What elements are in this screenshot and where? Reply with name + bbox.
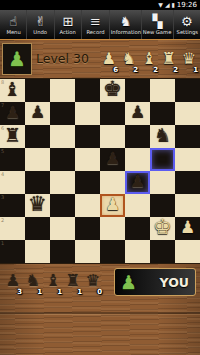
captured-count: 6 [113, 66, 118, 74]
square-e4[interactable] [100, 171, 125, 194]
square-e8[interactable]: ♚ [100, 79, 125, 102]
black-pawn[interactable]: ♟ [5, 104, 20, 121]
square-e7[interactable] [100, 102, 125, 125]
square-b7[interactable]: ♟ [25, 102, 50, 125]
player-turn-bar[interactable]: ♟ YOU [114, 268, 196, 296]
square-c2[interactable] [50, 217, 75, 240]
captured-count: 1 [57, 288, 62, 296]
square-f3[interactable] [125, 194, 150, 217]
square-g1[interactable] [150, 240, 175, 263]
square-d7[interactable] [75, 102, 100, 125]
black-bishop[interactable]: ♝ [4, 80, 21, 99]
square-g3[interactable] [150, 194, 175, 217]
square-c1[interactable] [50, 240, 75, 263]
square-g5[interactable] [150, 148, 175, 171]
square-g2[interactable]: ♚ [150, 217, 175, 240]
clock-time: 19:26 [177, 0, 197, 10]
signal-icon: ◢ [165, 0, 170, 10]
toolbar-item-undo[interactable]: ✌Undo [27, 10, 54, 39]
black-queen[interactable]: ♛ [28, 194, 47, 215]
chess-app-screen: ▼ ◢ ▮ 19:26 ☝Menu✌Undo⊞Action≡Record♞Inf… [0, 0, 200, 355]
square-c4[interactable] [50, 171, 75, 194]
square-c7[interactable] [50, 102, 75, 125]
toolbar-item-action[interactable]: ⊞Action [55, 10, 82, 39]
captured-rook: ♜1 [63, 266, 83, 296]
square-b3[interactable]: ♛ [25, 194, 50, 217]
black-king[interactable]: ♚ [103, 79, 122, 100]
opponent-avatar: ♟ [2, 43, 32, 75]
hand-pointer-icon: ☝ [9, 14, 17, 29]
square-b4[interactable] [25, 171, 50, 194]
square-b6[interactable] [25, 125, 50, 148]
square-d5[interactable] [75, 148, 100, 171]
knight-icon: ♞ [120, 14, 132, 29]
square-f4[interactable]: ♟ [125, 171, 150, 194]
square-h2[interactable]: ♟ [175, 217, 200, 240]
square-h1[interactable] [175, 240, 200, 263]
wood-seam [0, 312, 200, 314]
green-pawn-icon: ♟ [8, 49, 26, 69]
rank-label: 5 [1, 149, 4, 154]
square-b5[interactable] [25, 148, 50, 171]
rank-label: 1 [1, 241, 4, 246]
lines-icon: ≡ [90, 14, 101, 29]
toolbar-item-information[interactable]: ♞Information [110, 10, 143, 39]
square-a8[interactable]: 8♝ [0, 79, 25, 102]
square-e3[interactable]: ♟ [100, 194, 125, 217]
green-pawn-icon: ♟ [120, 273, 137, 292]
captured-count: 2 [133, 66, 138, 74]
square-e5[interactable]: ♟ [100, 148, 125, 171]
captured-bishop: ♝1 [43, 266, 63, 296]
square-f6[interactable] [125, 125, 150, 148]
rank-label: 4 [1, 172, 4, 177]
captured-count: 2 [153, 66, 158, 74]
black-pawn[interactable]: ♟ [30, 104, 45, 121]
square-g4[interactable] [150, 171, 175, 194]
square-d3[interactable] [75, 194, 100, 217]
captured-black-pieces-row: ♟3♞1♝1♜1♛0 [3, 266, 103, 296]
toolbar-item-menu[interactable]: ☝Menu [0, 10, 27, 39]
white-pawn[interactable]: ♟ [180, 219, 195, 236]
opponent-panel: ♟ Level 30 ♟6♞2♝2♜2♛1 [0, 40, 200, 78]
white-king[interactable]: ♚ [153, 217, 172, 238]
square-a3[interactable]: 3 [0, 194, 25, 217]
square-g8[interactable] [150, 79, 175, 102]
captured-count: 1 [193, 66, 198, 74]
square-a7[interactable]: 7♟ [0, 102, 25, 125]
wifi-icon: ▼ [158, 0, 163, 10]
square-a2[interactable]: 2 [0, 217, 25, 240]
captured-pawn: ♟3 [3, 266, 23, 296]
toolbar-item-record[interactable]: ≡Record [82, 10, 109, 39]
toolbar-item-label: Record [86, 29, 104, 36]
toolbar-item-label: Settings [176, 29, 197, 36]
black-rook[interactable]: ♜ [4, 126, 21, 145]
square-f1[interactable] [125, 240, 150, 263]
square-c3[interactable] [50, 194, 75, 217]
square-c6[interactable] [50, 125, 75, 148]
captured-count: 1 [77, 288, 82, 296]
square-f7[interactable]: ♟ [125, 102, 150, 125]
toolbar-item-settings[interactable]: ⚙Settings [174, 10, 200, 39]
black-pawn[interactable]: ♟ [130, 173, 145, 190]
square-h8[interactable] [175, 79, 200, 102]
captured-count: 1 [37, 288, 42, 296]
black-pawn[interactable]: ♟ [105, 150, 120, 167]
captured-bishop: ♝2 [139, 44, 159, 74]
toolbar-item-label: Information [110, 29, 140, 36]
captured-count: 0 [97, 288, 102, 296]
square-a6[interactable]: 6♜ [0, 125, 25, 148]
captured-queen: ♛1 [179, 44, 199, 74]
captured-pawn: ♟6 [99, 44, 119, 74]
toolbar-item-new-game[interactable]: ▚New Game [142, 10, 173, 39]
square-d4[interactable] [75, 171, 100, 194]
square-b2[interactable] [25, 217, 50, 240]
toolbar: ☝Menu✌Undo⊞Action≡Record♞Information▚New… [0, 10, 200, 40]
square-f5[interactable] [125, 148, 150, 171]
square-d6[interactable] [75, 125, 100, 148]
captured-knight: ♞2 [119, 44, 139, 74]
captured-queen: ♛0 [83, 266, 103, 296]
square-d8[interactable] [75, 79, 100, 102]
rank-label: 3 [1, 195, 4, 200]
grid-icon: ⊞ [63, 14, 74, 29]
square-h4[interactable] [175, 171, 200, 194]
captured-count: 2 [173, 66, 178, 74]
chessboard-icon: ▚ [153, 14, 163, 29]
square-a4[interactable]: 4 [0, 171, 25, 194]
square-g6[interactable]: ♞ [150, 125, 175, 148]
toolbar-item-label: Menu [6, 29, 20, 36]
black-pawn[interactable]: ♟ [130, 104, 145, 121]
white-pawn[interactable]: ♟ [105, 196, 120, 213]
square-e2[interactable] [100, 217, 125, 240]
captured-white-pieces-row: ♟6♞2♝2♜2♛1 [99, 44, 199, 74]
captured-count: 3 [17, 288, 22, 296]
player-panel: ♟3♞1♝1♜1♛0 ♟ YOU [0, 264, 200, 355]
square-b8[interactable] [25, 79, 50, 102]
chess-board: 8♝♚7♟♟♟6♜♞5♟4♟3♛♟2♚♟1 [0, 78, 200, 264]
square-f2[interactable] [125, 217, 150, 240]
battery-icon: ▮ [172, 0, 175, 10]
square-h3[interactable] [175, 194, 200, 217]
square-g7[interactable] [150, 102, 175, 125]
toolbar-item-label: Undo [34, 29, 48, 36]
square-f8[interactable] [125, 79, 150, 102]
square-a5[interactable]: 5 [0, 148, 25, 171]
square-d1[interactable] [75, 240, 100, 263]
captured-knight: ♞1 [23, 266, 43, 296]
toolbar-item-label: Action [60, 29, 76, 36]
player-label: YOU [160, 275, 195, 290]
gear-icon: ⚙ [181, 14, 193, 29]
black-knight[interactable]: ♞ [154, 126, 171, 145]
rank-label: 2 [1, 218, 4, 223]
square-h5[interactable] [175, 148, 200, 171]
square-h7[interactable] [175, 102, 200, 125]
hand-palm-icon: ✌ [35, 14, 46, 29]
rank-label: 7 [1, 103, 4, 108]
captured-rook: ♜2 [159, 44, 179, 74]
square-a1[interactable]: 1 [0, 240, 25, 263]
square-d2[interactable] [75, 217, 100, 240]
square-e6[interactable] [100, 125, 125, 148]
square-c8[interactable] [50, 79, 75, 102]
square-c5[interactable] [50, 148, 75, 171]
square-e1[interactable] [100, 240, 125, 263]
opponent-level-label: Level 30 [36, 51, 89, 66]
status-bar: ▼ ◢ ▮ 19:26 [0, 0, 200, 10]
toolbar-item-label: New Game [143, 29, 172, 36]
square-b1[interactable] [25, 240, 50, 263]
square-h6[interactable] [175, 125, 200, 148]
